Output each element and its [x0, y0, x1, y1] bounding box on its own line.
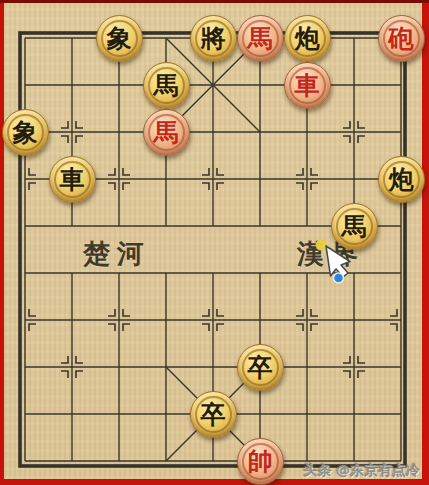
- piece-red-horse[interactable]: 馬: [237, 15, 284, 62]
- piece-black-elephant[interactable]: 象: [2, 109, 49, 156]
- piece-black-cannon[interactable]: 炮: [378, 156, 425, 203]
- piece-black-soldier[interactable]: 卒: [237, 344, 284, 391]
- watermark-text: 头条 @东京有点冷: [303, 462, 420, 480]
- piece-red-general[interactable]: 帥: [237, 438, 284, 485]
- piece-black-cannon[interactable]: 炮: [284, 15, 331, 62]
- piece-red-horse[interactable]: 馬: [143, 109, 190, 156]
- piece-black-chariot[interactable]: 車: [49, 156, 96, 203]
- piece-black-soldier[interactable]: 卒: [190, 391, 237, 438]
- piece-black-general[interactable]: 將: [190, 15, 237, 62]
- piece-red-chariot[interactable]: 車: [284, 62, 331, 109]
- piece-red-cannon[interactable]: 砲: [378, 15, 425, 62]
- board-grid[interactable]: 象將馬炮砲馬車象馬車炮馬卒卒帥: [2, 15, 425, 485]
- piece-black-horse[interactable]: 馬: [143, 62, 190, 109]
- piece-black-elephant[interactable]: 象: [96, 15, 143, 62]
- piece-black-horse[interactable]: 馬: [331, 203, 378, 250]
